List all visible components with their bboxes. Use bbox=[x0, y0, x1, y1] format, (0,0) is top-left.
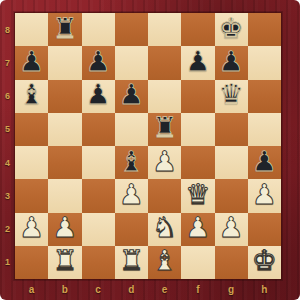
square-e5[interactable]: ♜ bbox=[148, 113, 181, 146]
square-d7[interactable] bbox=[115, 46, 148, 79]
rank-label-4: 4 bbox=[0, 146, 15, 179]
black-rook-b8[interactable]: ♜ bbox=[52, 15, 77, 43]
square-h2[interactable] bbox=[248, 213, 281, 246]
file-label-a: a bbox=[15, 279, 48, 299]
file-label-c: c bbox=[82, 279, 115, 299]
square-a7[interactable]: ♟ bbox=[15, 46, 48, 79]
black-pawn-h4[interactable]: ♟ bbox=[252, 148, 277, 176]
square-b3[interactable] bbox=[48, 179, 81, 212]
square-h1[interactable]: ♚ bbox=[248, 246, 281, 279]
file-label-f: f bbox=[181, 279, 214, 299]
black-pawn-g7[interactable]: ♟ bbox=[219, 48, 244, 76]
square-a5[interactable] bbox=[15, 113, 48, 146]
square-e6[interactable] bbox=[148, 80, 181, 113]
square-c1[interactable] bbox=[82, 246, 115, 279]
square-b8[interactable]: ♜ bbox=[48, 13, 81, 46]
square-c2[interactable] bbox=[82, 213, 115, 246]
square-c7[interactable]: ♟ bbox=[82, 46, 115, 79]
square-g1[interactable] bbox=[215, 246, 248, 279]
white-pawn-g2[interactable]: ♟ bbox=[219, 214, 244, 242]
white-pawn-a2[interactable]: ♟ bbox=[19, 214, 44, 242]
rank-label-2: 2 bbox=[0, 213, 15, 246]
square-c3[interactable] bbox=[82, 179, 115, 212]
square-a2[interactable]: ♟ bbox=[15, 213, 48, 246]
file-label-b: b bbox=[48, 279, 81, 299]
square-e3[interactable] bbox=[148, 179, 181, 212]
square-h5[interactable] bbox=[248, 113, 281, 146]
white-rook-d1[interactable]: ♜ bbox=[119, 247, 144, 275]
square-g2[interactable]: ♟ bbox=[215, 213, 248, 246]
square-d8[interactable] bbox=[115, 13, 148, 46]
square-a4[interactable] bbox=[15, 146, 48, 179]
square-a8[interactable] bbox=[15, 13, 48, 46]
black-bishop-a6[interactable]: ♝ bbox=[19, 81, 44, 109]
square-d5[interactable] bbox=[115, 113, 148, 146]
square-h6[interactable] bbox=[248, 80, 281, 113]
square-e4[interactable]: ♟ bbox=[148, 146, 181, 179]
square-e8[interactable] bbox=[148, 13, 181, 46]
file-label-e: e bbox=[148, 279, 181, 299]
square-b5[interactable] bbox=[48, 113, 81, 146]
rank-label-8: 8 bbox=[0, 13, 15, 46]
square-h3[interactable]: ♟ bbox=[248, 179, 281, 212]
square-d1[interactable]: ♜ bbox=[115, 246, 148, 279]
square-h4[interactable]: ♟ bbox=[248, 146, 281, 179]
square-g6[interactable]: ♛ bbox=[215, 80, 248, 113]
square-b1[interactable]: ♜ bbox=[48, 246, 81, 279]
square-b2[interactable]: ♟ bbox=[48, 213, 81, 246]
white-queen-f3[interactable]: ♛ bbox=[185, 181, 210, 209]
black-pawn-d6[interactable]: ♟ bbox=[119, 81, 144, 109]
square-c4[interactable] bbox=[82, 146, 115, 179]
black-pawn-a7[interactable]: ♟ bbox=[19, 48, 44, 76]
rank-label-3: 3 bbox=[0, 179, 15, 212]
white-rook-b1[interactable]: ♜ bbox=[52, 247, 77, 275]
white-bishop-e1[interactable]: ♝ bbox=[152, 247, 177, 275]
square-c6[interactable]: ♟ bbox=[82, 80, 115, 113]
black-bishop-d4[interactable]: ♝ bbox=[119, 148, 144, 176]
file-label-d: d bbox=[115, 279, 148, 299]
white-pawn-d3[interactable]: ♟ bbox=[119, 181, 144, 209]
file-label-g: g bbox=[215, 279, 248, 299]
rank-label-1: 1 bbox=[0, 246, 15, 279]
square-f2[interactable]: ♟ bbox=[181, 213, 214, 246]
square-a3[interactable] bbox=[15, 179, 48, 212]
square-d6[interactable]: ♟ bbox=[115, 80, 148, 113]
square-e7[interactable] bbox=[148, 46, 181, 79]
white-king-h1[interactable]: ♚ bbox=[252, 247, 277, 275]
rank-label-7: 7 bbox=[0, 46, 15, 79]
black-king-g8[interactable]: ♚ bbox=[219, 15, 244, 43]
square-h8[interactable] bbox=[248, 13, 281, 46]
square-f6[interactable] bbox=[181, 80, 214, 113]
black-pawn-c6[interactable]: ♟ bbox=[86, 81, 111, 109]
square-h7[interactable] bbox=[248, 46, 281, 79]
square-b4[interactable] bbox=[48, 146, 81, 179]
black-pawn-c7[interactable]: ♟ bbox=[86, 48, 111, 76]
rank-label-5: 5 bbox=[0, 113, 15, 146]
white-pawn-h3[interactable]: ♟ bbox=[252, 181, 277, 209]
square-d4[interactable]: ♝ bbox=[115, 146, 148, 179]
square-g4[interactable] bbox=[215, 146, 248, 179]
white-pawn-e4[interactable]: ♟ bbox=[152, 148, 177, 176]
black-queen-g6[interactable]: ♛ bbox=[219, 81, 244, 109]
square-e2[interactable]: ♞ bbox=[148, 213, 181, 246]
square-g3[interactable] bbox=[215, 179, 248, 212]
square-e1[interactable]: ♝ bbox=[148, 246, 181, 279]
square-b6[interactable] bbox=[48, 80, 81, 113]
chess-diagram: ♜♚♟♟♟♟♝♟♟♛♜♝♟♟♟♛♟♟♟♞♟♟♜♜♝♚ 87654321 abcd… bbox=[0, 0, 300, 300]
white-pawn-f2[interactable]: ♟ bbox=[185, 214, 210, 242]
white-pawn-b2[interactable]: ♟ bbox=[52, 214, 77, 242]
square-d2[interactable] bbox=[115, 213, 148, 246]
square-g5[interactable] bbox=[215, 113, 248, 146]
square-c8[interactable] bbox=[82, 13, 115, 46]
square-b7[interactable] bbox=[48, 46, 81, 79]
square-f7[interactable]: ♟ bbox=[181, 46, 214, 79]
square-d3[interactable]: ♟ bbox=[115, 179, 148, 212]
square-g7[interactable]: ♟ bbox=[215, 46, 248, 79]
square-a1[interactable] bbox=[15, 246, 48, 279]
rank-label-6: 6 bbox=[0, 80, 15, 113]
square-f4[interactable] bbox=[181, 146, 214, 179]
square-f5[interactable] bbox=[181, 113, 214, 146]
square-g8[interactable]: ♚ bbox=[215, 13, 248, 46]
black-rook-e5[interactable]: ♜ bbox=[152, 114, 177, 142]
black-pawn-f7[interactable]: ♟ bbox=[185, 48, 210, 76]
square-f1[interactable] bbox=[181, 246, 214, 279]
square-c5[interactable] bbox=[82, 113, 115, 146]
file-label-h: h bbox=[248, 279, 281, 299]
white-knight-e2[interactable]: ♞ bbox=[152, 214, 177, 242]
square-a6[interactable]: ♝ bbox=[15, 80, 48, 113]
square-f8[interactable] bbox=[181, 13, 214, 46]
square-f3[interactable]: ♛ bbox=[181, 179, 214, 212]
chess-board: ♜♚♟♟♟♟♝♟♟♛♜♝♟♟♟♛♟♟♟♞♟♟♜♜♝♚ bbox=[15, 13, 281, 279]
